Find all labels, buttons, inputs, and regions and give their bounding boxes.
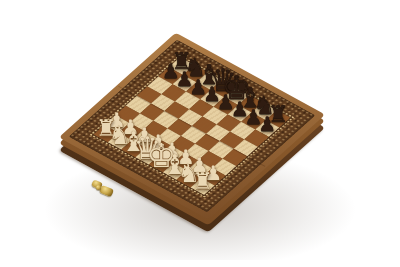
clasp-latch-icon: [99, 185, 114, 197]
piece-white-rook: ♜: [192, 170, 213, 193]
product-photo: ♜♞♝♛♚♝♞♜♟♟♟♟♟♟♟♟♟♟♟♟♟♟♟♟♜♞♝♛♚♝♞♜: [0, 0, 400, 267]
piece-black-pawn: ♟: [258, 115, 276, 135]
clasp-ring-icon: [96, 185, 101, 190]
brass-clasp: [91, 180, 117, 200]
